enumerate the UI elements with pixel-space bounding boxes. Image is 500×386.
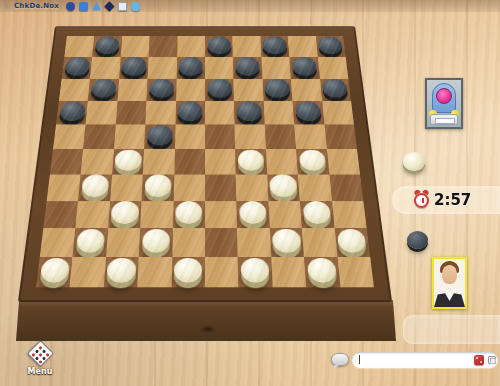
white-piece[interactable] — [115, 149, 142, 170]
board-logo-mark — [200, 325, 216, 333]
swirl-app-icon[interactable] — [66, 2, 75, 11]
cell-6-2[interactable] — [81, 149, 114, 174]
chat-input-wrap — [352, 352, 498, 368]
cell-4-2[interactable] — [86, 101, 118, 124]
cell-9-1[interactable] — [40, 228, 76, 257]
game-background: ✳ ChkDe.Nox 2:57 Menu — [0, 0, 500, 386]
black-piece[interactable] — [262, 36, 286, 53]
chat-caret — [359, 355, 360, 364]
cell-1-4[interactable] — [149, 36, 178, 57]
chat-window-button[interactable] — [488, 356, 496, 364]
cell-3-2[interactable] — [88, 79, 119, 102]
cell-5-8[interactable] — [265, 125, 297, 149]
cell-10-3[interactable] — [104, 257, 139, 287]
cell-10-4[interactable] — [137, 257, 172, 287]
cell-6-10[interactable] — [327, 149, 361, 174]
cell-3-4[interactable] — [147, 79, 177, 102]
timer-value: 2:57 — [434, 191, 471, 209]
cell-5-5[interactable] — [175, 125, 205, 149]
triangle-app-icon[interactable] — [92, 2, 101, 11]
cell-2-5[interactable] — [176, 57, 205, 79]
cell-8-7[interactable] — [237, 201, 270, 229]
white-piece[interactable] — [272, 229, 301, 253]
cell-2-8[interactable] — [261, 57, 291, 79]
chat-bar — [331, 349, 498, 370]
cell-7-3[interactable] — [110, 174, 143, 200]
black-piece[interactable] — [59, 102, 86, 121]
cell-7-8[interactable] — [267, 174, 300, 200]
white-piece[interactable] — [241, 258, 270, 283]
menu-diamond-icon — [27, 340, 54, 367]
black-piece[interactable] — [207, 79, 232, 98]
cell-5-1[interactable] — [53, 125, 86, 149]
white-piece[interactable] — [303, 201, 332, 224]
cell-3-7[interactable] — [234, 79, 264, 102]
blue-app-icon[interactable] — [79, 2, 88, 11]
cell-7-6[interactable] — [205, 174, 237, 200]
menu-button-label: Menu — [28, 367, 53, 376]
black-piece[interactable] — [295, 102, 321, 121]
cell-8-4[interactable] — [140, 201, 173, 229]
window-title: ChkDe.Nox — [14, 2, 59, 10]
black-piece[interactable] — [178, 102, 203, 121]
cell-2-1[interactable] — [62, 57, 93, 79]
white-piece[interactable] — [307, 258, 337, 283]
cell-8-9[interactable] — [300, 201, 334, 229]
cell-6-7[interactable] — [235, 149, 267, 174]
settings-flower-icon[interactable]: ✳ — [2, 2, 11, 11]
cell-5-6[interactable] — [205, 125, 235, 149]
white-piece[interactable] — [81, 175, 109, 197]
cell-2-10[interactable] — [318, 57, 349, 79]
cell-8-6[interactable] — [205, 201, 237, 229]
cell-6-6[interactable] — [205, 149, 236, 174]
cell-7-10[interactable] — [329, 174, 363, 200]
cell-1-9[interactable] — [288, 36, 318, 57]
cell-3-8[interactable] — [262, 79, 292, 102]
cell-8-5[interactable] — [173, 201, 205, 229]
black-piece[interactable] — [237, 102, 262, 121]
cell-4-8[interactable] — [263, 101, 294, 124]
cell-7-7[interactable] — [236, 174, 268, 200]
cell-2-4[interactable] — [148, 57, 177, 79]
cell-10-8[interactable] — [271, 257, 306, 287]
cell-10-9[interactable] — [304, 257, 340, 287]
chat-input[interactable] — [359, 354, 478, 366]
black-piece[interactable] — [95, 36, 120, 53]
black-piece[interactable] — [64, 57, 90, 75]
cell-3-6[interactable] — [205, 79, 234, 102]
chat-red-button[interactable] — [474, 355, 484, 365]
cell-4-4[interactable] — [145, 101, 175, 124]
cell-8-2[interactable] — [76, 201, 110, 229]
cell-4-9[interactable] — [293, 101, 325, 124]
menu-dots-pattern — [38, 346, 42, 350]
speech-bubble-icon[interactable] — [331, 353, 349, 366]
black-piece[interactable] — [149, 79, 174, 98]
white-piece[interactable] — [337, 229, 367, 253]
cell-6-8[interactable] — [266, 149, 298, 174]
cell-1-5[interactable] — [177, 36, 205, 57]
alarm-clock-icon — [414, 193, 429, 208]
cell-7-5[interactable] — [173, 174, 205, 200]
cell-2-2[interactable] — [90, 57, 120, 79]
cell-8-8[interactable] — [268, 201, 302, 229]
sidebar-lower-panel — [403, 315, 500, 344]
cell-3-9[interactable] — [291, 79, 322, 102]
cell-10-1[interactable] — [36, 257, 73, 287]
white-piece[interactable] — [144, 175, 171, 197]
cell-4-10[interactable] — [322, 101, 354, 124]
cell-8-1[interactable] — [43, 201, 78, 229]
cell-10-5[interactable] — [171, 257, 205, 287]
cell-1-7[interactable] — [233, 36, 262, 57]
man-face — [442, 265, 457, 284]
white-piece[interactable] — [39, 258, 70, 283]
black-piece[interactable] — [207, 36, 231, 53]
cell-1-6[interactable] — [205, 36, 233, 57]
cell-3-10[interactable] — [320, 79, 351, 102]
cell-3-5[interactable] — [176, 79, 205, 102]
white-piece-indicator — [403, 152, 425, 171]
cell-1-10[interactable] — [315, 36, 345, 57]
cell-9-9[interactable] — [302, 228, 337, 257]
cell-3-3[interactable] — [117, 79, 147, 102]
cell-9-7[interactable] — [237, 228, 271, 257]
cell-8-3[interactable] — [108, 201, 142, 229]
cell-4-6[interactable] — [205, 101, 235, 124]
cell-7-9[interactable] — [298, 174, 332, 200]
black-piece[interactable] — [318, 36, 343, 53]
white-piece[interactable] — [238, 149, 265, 170]
cell-5-4[interactable] — [144, 125, 175, 149]
black-piece[interactable] — [91, 79, 117, 98]
page-app-icon[interactable] — [118, 2, 127, 11]
cell-9-2[interactable] — [73, 228, 108, 257]
cell-6-4[interactable] — [143, 149, 175, 174]
cell-3-1[interactable] — [59, 79, 90, 102]
board-grid — [36, 36, 374, 287]
black-piece[interactable] — [292, 57, 317, 75]
checkers-board — [18, 26, 392, 302]
cell-7-2[interactable] — [78, 174, 112, 200]
cell-9-8[interactable] — [270, 228, 304, 257]
white-piece[interactable] — [299, 149, 327, 170]
cell-9-5[interactable] — [172, 228, 205, 257]
black-piece-indicator — [407, 231, 428, 249]
cell-8-10[interactable] — [332, 201, 367, 229]
robot-face — [436, 88, 452, 104]
cell-5-9[interactable] — [294, 125, 326, 149]
cell-9-3[interactable] — [106, 228, 140, 257]
board-front-edge — [16, 300, 396, 341]
player-avatar[interactable] — [432, 257, 467, 309]
cell-1-2[interactable] — [92, 36, 122, 57]
black-piece[interactable] — [122, 57, 147, 75]
cell-2-9[interactable] — [289, 57, 319, 79]
cell-2-3[interactable] — [119, 57, 149, 79]
black-piece[interactable] — [235, 57, 259, 75]
cell-10-10[interactable] — [337, 257, 374, 287]
cell-6-3[interactable] — [112, 149, 144, 174]
cell-10-2[interactable] — [70, 257, 106, 287]
cloud-app-icon[interactable] — [131, 2, 140, 11]
cell-9-4[interactable] — [139, 228, 173, 257]
cell-9-10[interactable] — [334, 228, 370, 257]
cell-6-1[interactable] — [50, 149, 84, 174]
white-piece[interactable] — [111, 201, 139, 224]
taskbar-icons — [66, 2, 140, 11]
cell-1-8[interactable] — [260, 36, 289, 57]
white-piece[interactable] — [239, 201, 267, 224]
black-piece[interactable] — [179, 57, 203, 75]
cell-7-1[interactable] — [47, 174, 81, 200]
cell-1-1[interactable] — [64, 36, 94, 57]
cell-4-3[interactable] — [116, 101, 147, 124]
cell-6-9[interactable] — [296, 149, 329, 174]
cell-6-5[interactable] — [174, 149, 205, 174]
timer-panel: 2:57 — [392, 186, 500, 214]
black-piece[interactable] — [322, 79, 348, 98]
window-titlebar: ✳ ChkDe.Nox — [0, 0, 500, 12]
cell-10-6[interactable] — [205, 257, 239, 287]
cell-5-3[interactable] — [114, 125, 146, 149]
menu-button[interactable]: Menu — [22, 342, 58, 378]
white-piece[interactable] — [270, 175, 298, 197]
white-piece[interactable] — [175, 201, 202, 224]
white-piece[interactable] — [107, 258, 137, 283]
cell-5-7[interactable] — [235, 125, 266, 149]
black-piece[interactable] — [147, 125, 173, 145]
cell-10-7[interactable] — [238, 257, 273, 287]
black-piece[interactable] — [265, 79, 290, 98]
cell-4-1[interactable] — [56, 101, 88, 124]
cell-9-6[interactable] — [205, 228, 238, 257]
cell-5-2[interactable] — [83, 125, 115, 149]
robot-base — [430, 114, 458, 125]
opponent-avatar[interactable] — [425, 78, 463, 129]
cell-4-5[interactable] — [175, 101, 205, 124]
cell-1-3[interactable] — [121, 36, 150, 57]
white-piece[interactable] — [174, 258, 202, 283]
cell-2-7[interactable] — [233, 57, 262, 79]
cell-2-6[interactable] — [205, 57, 234, 79]
cell-5-10[interactable] — [324, 125, 357, 149]
diamond-app-icon[interactable] — [104, 1, 114, 11]
white-piece[interactable] — [76, 229, 105, 253]
cell-4-7[interactable] — [234, 101, 264, 124]
cell-7-4[interactable] — [142, 174, 174, 200]
white-piece[interactable] — [142, 229, 170, 253]
